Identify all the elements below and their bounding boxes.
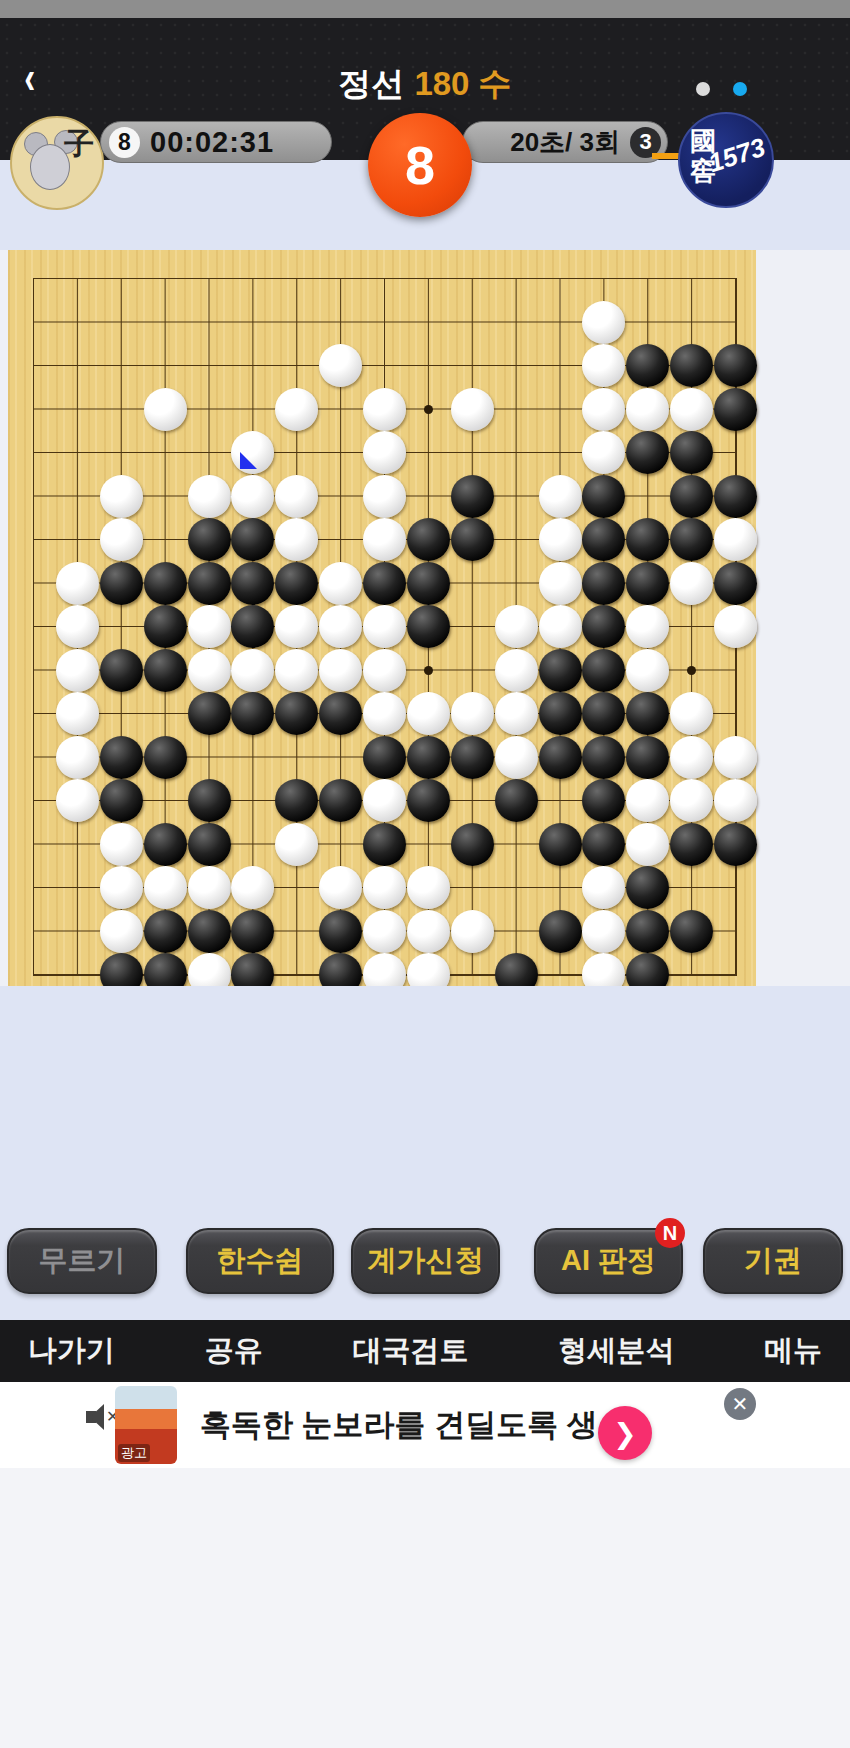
- ad-text[interactable]: 혹독한 눈보라를 견딜도록 생...: [200, 1404, 590, 1446]
- white-stone: [539, 518, 582, 561]
- black-stone: [275, 779, 318, 822]
- black-stone: [319, 779, 362, 822]
- white-stone: [188, 605, 231, 648]
- star-point: [424, 666, 433, 675]
- black-stone: [626, 431, 669, 474]
- black-stone: [714, 475, 757, 518]
- black-stone: [188, 518, 231, 561]
- black-stone: [626, 692, 669, 735]
- white-stone: [319, 649, 362, 692]
- black-stone: [188, 823, 231, 866]
- ai-judgement-button[interactable]: AI 판정 N: [534, 1228, 683, 1294]
- black-stone: [319, 910, 362, 953]
- white-stone: [626, 823, 669, 866]
- avatar-hanja-character: 子: [64, 124, 94, 165]
- black-stone: [144, 736, 187, 779]
- black-periods-badge: 8: [109, 127, 140, 158]
- black-stone: [144, 605, 187, 648]
- black-stone: [626, 736, 669, 779]
- white-stone: [670, 692, 713, 735]
- black-stone: [582, 823, 625, 866]
- white-stone: [188, 475, 231, 518]
- ad-close-button[interactable]: ✕: [724, 1388, 756, 1420]
- nav-position-analysis[interactable]: 형세분석: [558, 1331, 674, 1371]
- white-stone: [582, 301, 625, 344]
- black-stone: [363, 736, 406, 779]
- white-stone: [670, 736, 713, 779]
- white-stone: [56, 562, 99, 605]
- black-stone: [451, 475, 494, 518]
- white-stone: [275, 605, 318, 648]
- black-stone: [670, 518, 713, 561]
- star-point: [424, 405, 433, 414]
- white-stone: [363, 910, 406, 953]
- white-stone: [714, 518, 757, 561]
- black-stone: [451, 518, 494, 561]
- nav-menu[interactable]: 메뉴: [764, 1331, 822, 1371]
- last-move-marker: [240, 452, 257, 469]
- black-stone: [144, 910, 187, 953]
- black-stone: [626, 518, 669, 561]
- white-stone: [626, 779, 669, 822]
- ad-thumbnail[interactable]: 광고: [115, 1386, 177, 1464]
- white-stone: [451, 910, 494, 953]
- white-stone: [363, 605, 406, 648]
- white-stone: [363, 388, 406, 431]
- white-stone: [714, 779, 757, 822]
- black-stone: [407, 518, 450, 561]
- nav-share[interactable]: 공유: [205, 1331, 263, 1371]
- black-stone: [451, 736, 494, 779]
- black-stone: [626, 562, 669, 605]
- black-stone: [495, 779, 538, 822]
- white-stone: [275, 649, 318, 692]
- black-stone: [363, 823, 406, 866]
- undo-button: 무르기: [7, 1228, 157, 1294]
- white-stone: [363, 692, 406, 735]
- ad-cta-arrow-button[interactable]: ❯: [598, 1406, 652, 1460]
- black-stone: [582, 736, 625, 779]
- go-board[interactable]: [8, 250, 756, 986]
- white-stone: [100, 475, 143, 518]
- nav-game-review[interactable]: 대국검토: [353, 1331, 469, 1371]
- sponsor-logo: 國窖 1573: [678, 112, 774, 208]
- white-stone: [495, 605, 538, 648]
- white-stone: [100, 910, 143, 953]
- black-stone: [188, 910, 231, 953]
- white-stone: [319, 344, 362, 387]
- black-stone: [582, 475, 625, 518]
- black-stone: [670, 823, 713, 866]
- white-stone: [275, 388, 318, 431]
- white-stone: [670, 562, 713, 605]
- black-stone: [188, 779, 231, 822]
- black-stone: [582, 649, 625, 692]
- black-stone: [539, 910, 582, 953]
- white-stone: [714, 605, 757, 648]
- white-stone: [275, 475, 318, 518]
- black-main-time: 00:02:31: [150, 126, 274, 159]
- white-stone: [670, 779, 713, 822]
- resign-button[interactable]: 기권: [703, 1228, 843, 1294]
- white-stone: [363, 431, 406, 474]
- white-stone: [363, 649, 406, 692]
- black-stone: [144, 649, 187, 692]
- white-stone: [407, 866, 450, 909]
- black-stone: [231, 910, 274, 953]
- white-stone: [407, 910, 450, 953]
- black-stone: [539, 823, 582, 866]
- black-stone: [582, 562, 625, 605]
- white-stone: [100, 866, 143, 909]
- white-stone: [626, 649, 669, 692]
- white-stone: [275, 518, 318, 561]
- black-stone: [539, 736, 582, 779]
- black-timer-pill: 8 00:02:31: [100, 121, 332, 163]
- white-stone: [495, 692, 538, 735]
- white-stone: [188, 649, 231, 692]
- mute-icon-cone: [90, 1404, 104, 1430]
- black-stone: [144, 823, 187, 866]
- white-stone: [363, 475, 406, 518]
- black-stone: [670, 910, 713, 953]
- black-stone: [100, 779, 143, 822]
- black-stone: [670, 344, 713, 387]
- black-stone: [670, 475, 713, 518]
- black-stone: [714, 823, 757, 866]
- bottom-empty-area: [0, 1468, 850, 1748]
- counting-request-button[interactable]: 계가신청: [351, 1228, 500, 1294]
- bottom-nav-bar: 나가기 공유 대국검토 형세분석 메뉴: [0, 1320, 850, 1382]
- white-stone: [275, 823, 318, 866]
- nav-exit[interactable]: 나가기: [28, 1331, 115, 1371]
- black-stone: [407, 562, 450, 605]
- move-count-label: 180 수: [414, 65, 511, 102]
- white-stone: [582, 388, 625, 431]
- ad-label: 광고: [118, 1444, 150, 1462]
- star-point: [687, 666, 696, 675]
- white-stone: [539, 605, 582, 648]
- page-indicator-dot-1[interactable]: [696, 82, 710, 96]
- page-indicator-dot-2[interactable]: [733, 82, 747, 96]
- white-stone: [451, 692, 494, 735]
- white-stone: [363, 779, 406, 822]
- white-stone: [626, 605, 669, 648]
- white-stone: [144, 866, 187, 909]
- black-stone: [670, 431, 713, 474]
- white-byoyomi-setting: 20초/ 3회: [510, 125, 620, 160]
- white-stone: [319, 866, 362, 909]
- black-stone: [407, 736, 450, 779]
- white-stone: [495, 649, 538, 692]
- black-stone: [626, 344, 669, 387]
- white-stone: [539, 562, 582, 605]
- black-stone: [714, 562, 757, 605]
- white-stone: [144, 388, 187, 431]
- black-stone: [451, 823, 494, 866]
- white-stone: [451, 388, 494, 431]
- page-title: 정선180 수: [0, 62, 850, 107]
- black-stone: [100, 649, 143, 692]
- white-byoyomi-pill: 20초/ 3회 3: [462, 121, 668, 163]
- white-stone: [670, 388, 713, 431]
- pass-button[interactable]: 한수쉼: [186, 1228, 334, 1294]
- white-stone: [100, 823, 143, 866]
- white-stone: [363, 518, 406, 561]
- turn-countdown-circle: 8: [368, 113, 472, 217]
- black-stone: [275, 562, 318, 605]
- white-stone: [56, 605, 99, 648]
- white-stone: [582, 910, 625, 953]
- black-player-avatar[interactable]: 子: [10, 116, 104, 210]
- black-stone: [144, 562, 187, 605]
- white-stone: [539, 475, 582, 518]
- black-stone: [539, 692, 582, 735]
- black-stone: [714, 388, 757, 431]
- white-stone: [231, 649, 274, 692]
- white-stone: [363, 866, 406, 909]
- white-stone: [56, 779, 99, 822]
- black-stone: [100, 736, 143, 779]
- white-stone: [56, 736, 99, 779]
- black-stone: [275, 692, 318, 735]
- white-stone: [319, 605, 362, 648]
- black-stone: [188, 692, 231, 735]
- black-stone: [188, 562, 231, 605]
- status-bar: [0, 0, 850, 18]
- game-type-label: 정선: [338, 65, 404, 102]
- white-stone: [56, 649, 99, 692]
- white-stone: [319, 562, 362, 605]
- black-stone: [319, 692, 362, 735]
- black-stone: [714, 344, 757, 387]
- black-stone: [363, 562, 406, 605]
- black-stone: [407, 605, 450, 648]
- white-stone: [407, 692, 450, 735]
- black-stone: [626, 910, 669, 953]
- new-badge: N: [655, 1218, 685, 1248]
- black-stone: [231, 562, 274, 605]
- black-stone: [539, 649, 582, 692]
- black-stone: [407, 779, 450, 822]
- white-stone: [495, 736, 538, 779]
- white-stone: [714, 736, 757, 779]
- white-stone: [56, 692, 99, 735]
- white-stone: [100, 518, 143, 561]
- white-stone: [188, 866, 231, 909]
- white-stone: [231, 475, 274, 518]
- white-stone: [626, 388, 669, 431]
- black-stone: [100, 562, 143, 605]
- black-stone: [626, 866, 669, 909]
